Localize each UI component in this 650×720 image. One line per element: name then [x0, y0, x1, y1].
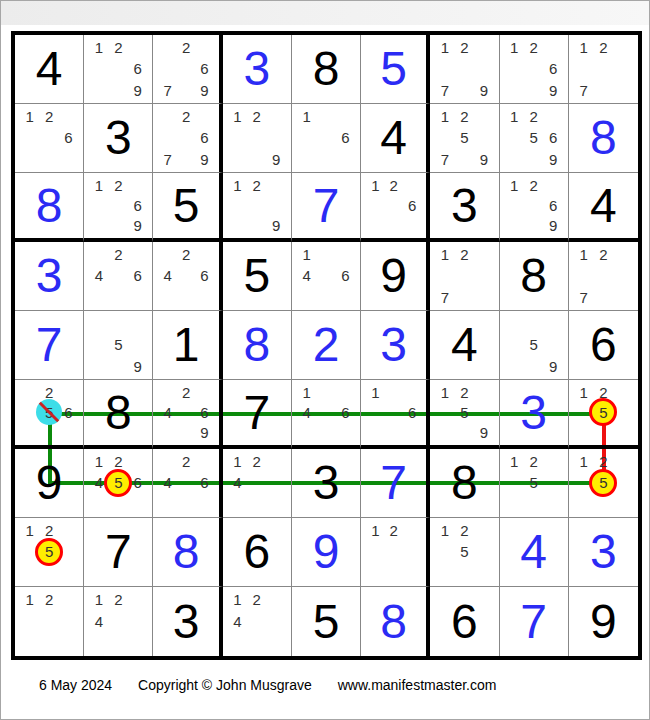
candidate-2: 2	[39, 520, 58, 541]
candidate-1: 1	[574, 382, 594, 402]
cell-r6c9[interactable]: 125	[569, 380, 638, 449]
cell-r6c8[interactable]: 3	[500, 380, 569, 449]
empty-candidate-slot	[297, 287, 316, 308]
candidate-grid: 124	[89, 589, 147, 654]
empty-candidate-slot	[89, 313, 108, 334]
empty-candidate-slot	[613, 244, 633, 265]
empty-candidate-slot	[266, 472, 285, 493]
cell-r5c3[interactable]: 1	[153, 311, 222, 380]
empty-candidate-slot	[574, 423, 594, 443]
empty-candidate-slot	[195, 244, 213, 265]
cell-r2c4[interactable]: 129	[223, 104, 292, 173]
candidate-grid: 1269	[505, 37, 563, 101]
candidate-grid: 129	[228, 175, 286, 236]
candidate-9: 9	[195, 80, 213, 101]
empty-candidate-slot	[524, 356, 543, 377]
empty-candidate-slot	[59, 382, 78, 402]
candidate-6: 6	[195, 472, 213, 493]
candidate-4: 4	[228, 611, 247, 633]
empty-candidate-slot	[316, 149, 335, 170]
cell-r8c3[interactable]: 8	[153, 518, 222, 587]
cell-r6c5[interactable]: 146	[292, 380, 361, 449]
empty-candidate-slot	[177, 127, 195, 148]
app-window: 4126926793851279126912712632679129164125…	[0, 0, 650, 720]
cell-r5c8[interactable]: 59	[500, 311, 569, 380]
empty-candidate-slot	[543, 175, 562, 195]
candidate-9: 9	[195, 149, 213, 170]
empty-candidate-slot	[594, 265, 614, 286]
candidate-1: 1	[297, 106, 316, 127]
empty-candidate-slot	[613, 58, 633, 79]
cell-r6c4[interactable]: 7	[223, 380, 292, 449]
empty-candidate-slot	[177, 149, 195, 170]
empty-candidate-slot	[505, 149, 524, 170]
cell-r3c8[interactable]: 1269	[500, 173, 569, 242]
cell-r9c6[interactable]: 8	[361, 587, 430, 656]
cell-r9c7[interactable]: 6	[430, 587, 499, 656]
empty-candidate-slot	[336, 423, 355, 443]
empty-candidate-slot	[128, 494, 147, 515]
empty-candidate-slot	[109, 265, 128, 286]
empty-candidate-slot	[435, 402, 454, 422]
solved-digit: 8	[380, 598, 407, 646]
cell-r3c6[interactable]: 126	[361, 173, 430, 242]
candidate-2: 2	[385, 175, 403, 195]
empty-candidate-slot	[228, 216, 247, 236]
empty-candidate-slot	[177, 402, 195, 422]
empty-candidate-slot	[435, 563, 454, 584]
candidate-6: 6	[543, 195, 562, 215]
empty-candidate-slot	[505, 494, 524, 515]
empty-candidate-slot	[385, 402, 403, 422]
cell-r9c4[interactable]: 124	[223, 587, 292, 656]
empty-candidate-slot	[195, 382, 213, 402]
cell-r7c9[interactable]: 125	[569, 449, 638, 518]
empty-candidate-slot	[128, 589, 147, 611]
candidate-2: 2	[455, 37, 474, 58]
cell-r3c5[interactable]: 7	[292, 173, 361, 242]
empty-candidate-slot	[20, 632, 39, 654]
empty-candidate-slot	[158, 494, 176, 515]
cell-r1c3[interactable]: 2679	[153, 35, 222, 104]
candidate-grid: 1269	[89, 175, 147, 236]
cell-r4c6[interactable]: 9	[361, 242, 430, 311]
empty-candidate-slot	[89, 334, 108, 355]
empty-candidate-slot	[247, 472, 266, 493]
empty-candidate-slot	[505, 216, 524, 236]
empty-candidate-slot	[59, 423, 78, 443]
empty-candidate-slot	[20, 149, 39, 170]
given-digit: 4	[451, 321, 478, 369]
given-digit: 4	[36, 45, 63, 93]
candidate-6: 6	[543, 127, 562, 148]
cell-r1c8[interactable]: 1269	[500, 35, 569, 104]
candidate-1: 1	[435, 37, 454, 58]
candidate-5: 5	[455, 402, 474, 422]
cell-r7c2[interactable]: 12456	[84, 449, 153, 518]
empty-candidate-slot	[316, 402, 335, 422]
empty-candidate-slot	[177, 58, 195, 79]
cell-r9c1[interactable]: 12	[15, 587, 84, 656]
candidate-7: 7	[158, 149, 176, 170]
empty-candidate-slot	[543, 451, 562, 472]
candidate-2: 2	[109, 451, 128, 472]
solved-digit: 7	[313, 182, 340, 230]
cell-r7c6[interactable]: 7	[361, 449, 430, 518]
empty-candidate-slot	[613, 265, 633, 286]
empty-candidate-slot	[228, 127, 247, 148]
empty-candidate-slot	[524, 494, 543, 515]
cell-r8c2[interactable]: 7	[84, 518, 153, 587]
cell-r4c5[interactable]: 146	[292, 242, 361, 311]
candidate-5: 5	[109, 334, 128, 355]
cell-r4c3[interactable]: 246	[153, 242, 222, 311]
candidate-2: 2	[247, 451, 266, 472]
empty-candidate-slot	[297, 127, 316, 148]
empty-candidate-slot	[474, 37, 493, 58]
candidate-6: 6	[128, 195, 147, 215]
empty-candidate-slot	[455, 265, 474, 286]
cell-r3c7[interactable]: 3	[430, 173, 499, 242]
empty-candidate-slot	[403, 175, 421, 195]
cell-r2c1[interactable]: 126	[15, 104, 84, 173]
cell-r8c5[interactable]: 9	[292, 518, 361, 587]
empty-candidate-slot	[128, 313, 147, 334]
candidate-5: 5	[524, 472, 543, 493]
candidate-9: 9	[128, 356, 147, 377]
candidate-2: 2	[177, 451, 195, 472]
empty-candidate-slot	[594, 58, 614, 79]
solved-digit: 2	[313, 321, 340, 369]
cell-r7c8[interactable]: 125	[500, 449, 569, 518]
given-digit: 5	[313, 598, 340, 646]
empty-candidate-slot	[474, 563, 493, 584]
empty-candidate-slot	[195, 37, 213, 58]
empty-candidate-slot	[109, 216, 128, 236]
empty-candidate-slot	[505, 80, 524, 101]
candidate-9: 9	[266, 216, 285, 236]
cell-r7c1[interactable]: 9	[15, 449, 84, 518]
candidate-9: 9	[128, 216, 147, 236]
empty-candidate-slot	[297, 149, 316, 170]
empty-candidate-slot	[109, 287, 128, 308]
empty-candidate-slot	[543, 106, 562, 127]
candidate-1: 1	[297, 382, 316, 402]
candidate-grid: 126	[20, 106, 78, 170]
empty-candidate-slot	[266, 195, 285, 215]
candidate-4: 4	[297, 265, 316, 286]
cell-r5c5[interactable]: 2	[292, 311, 361, 380]
given-digit: 4	[590, 182, 617, 230]
cell-r9c5[interactable]: 5	[292, 587, 361, 656]
candidate-grid: 59	[505, 313, 563, 377]
cell-r7c3[interactable]: 246	[153, 449, 222, 518]
candidate-grid: 126	[366, 175, 421, 236]
given-digit: 8	[520, 252, 547, 300]
candidate-9: 9	[543, 356, 562, 377]
candidate-1: 1	[574, 451, 594, 472]
empty-candidate-slot	[505, 58, 524, 79]
cell-r3c1[interactable]: 8	[15, 173, 84, 242]
solved-digit: 8	[243, 321, 270, 369]
empty-candidate-slot	[158, 106, 176, 127]
cell-r5c7[interactable]: 4	[430, 311, 499, 380]
cell-r4c2[interactable]: 246	[84, 242, 153, 311]
candidate-1: 1	[366, 175, 384, 195]
cell-r4c9[interactable]: 127	[569, 242, 638, 311]
cell-r4c7[interactable]: 127	[430, 242, 499, 311]
empty-candidate-slot	[89, 244, 108, 265]
cell-r5c9[interactable]: 6	[569, 311, 638, 380]
candidate-grid: 125	[20, 520, 78, 584]
empty-candidate-slot	[505, 356, 524, 377]
cell-r9c3[interactable]: 3	[153, 587, 222, 656]
candidate-9: 9	[474, 149, 493, 170]
cell-r5c6[interactable]: 3	[361, 311, 430, 380]
empty-candidate-slot	[574, 494, 594, 515]
cell-r3c3[interactable]: 5	[153, 173, 222, 242]
given-digit: 4	[380, 114, 407, 162]
candidate-grid: 12	[366, 520, 421, 584]
given-digit: 7	[105, 528, 132, 576]
candidate-9: 9	[266, 149, 285, 170]
candidate-2: 2	[524, 106, 543, 127]
cell-r2c5[interactable]: 16	[292, 104, 361, 173]
candidate-1: 1	[228, 175, 247, 195]
candidate-1: 1	[89, 451, 108, 472]
empty-candidate-slot	[574, 265, 594, 286]
empty-candidate-slot	[158, 37, 176, 58]
candidate-2: 2	[594, 451, 614, 472]
empty-candidate-slot	[403, 382, 421, 402]
empty-candidate-slot	[543, 472, 562, 493]
highlighted-candidate-5: 5	[594, 402, 614, 422]
cell-r1c4[interactable]: 3	[223, 35, 292, 104]
candidate-grid: 1279	[435, 37, 493, 101]
cell-r8c1[interactable]: 125	[15, 518, 84, 587]
cell-r2c7[interactable]: 12579	[430, 104, 499, 173]
candidate-5: 5	[455, 127, 474, 148]
empty-candidate-slot	[266, 175, 285, 195]
empty-candidate-slot	[20, 382, 39, 402]
empty-candidate-slot	[20, 423, 39, 443]
candidate-2: 2	[524, 37, 543, 58]
solved-digit: 5	[380, 45, 407, 93]
solved-digit: 3	[36, 252, 63, 300]
candidate-grid: 1259	[435, 382, 493, 443]
cell-r8c4[interactable]: 6	[223, 518, 292, 587]
cell-r2c2[interactable]: 3	[84, 104, 153, 173]
candidate-grid: 146	[297, 244, 355, 308]
empty-candidate-slot	[385, 195, 403, 215]
empty-candidate-slot	[613, 287, 633, 308]
candidate-2: 2	[177, 244, 195, 265]
empty-candidate-slot	[89, 632, 108, 654]
empty-candidate-slot	[543, 37, 562, 58]
cell-r6c3[interactable]: 2469	[153, 380, 222, 449]
empty-candidate-slot	[435, 265, 454, 286]
solved-digit: 3	[243, 45, 270, 93]
candidate-grid: 2679	[158, 37, 213, 101]
candidate-1: 1	[574, 37, 594, 58]
solved-digit: 7	[36, 321, 63, 369]
empty-candidate-slot	[366, 423, 384, 443]
cell-r3c9[interactable]: 4	[569, 173, 638, 242]
candidate-9: 9	[543, 80, 562, 101]
empty-candidate-slot	[59, 611, 78, 633]
solved-digit: 7	[520, 598, 547, 646]
empty-candidate-slot	[524, 80, 543, 101]
candidate-1: 1	[366, 382, 384, 402]
highlighted-candidate-5: 5	[594, 472, 614, 493]
given-digit: 6	[243, 528, 270, 576]
empty-candidate-slot	[59, 563, 78, 584]
cell-r5c1[interactable]: 7	[15, 311, 84, 380]
candidate-2: 2	[39, 589, 58, 611]
empty-candidate-slot	[505, 127, 524, 148]
empty-candidate-slot	[403, 541, 421, 562]
solved-digit: 7	[380, 459, 407, 507]
candidate-2: 2	[177, 382, 195, 402]
footer: 6 May 2024 Copyright © John Musgrave www…	[39, 677, 518, 693]
empty-candidate-slot	[59, 589, 78, 611]
candidate-grid: 1269	[89, 37, 147, 101]
candidate-2: 2	[109, 37, 128, 58]
candidate-grid: 59	[89, 313, 147, 377]
empty-candidate-slot	[316, 106, 335, 127]
cell-r8c9[interactable]: 3	[569, 518, 638, 587]
empty-candidate-slot	[247, 632, 266, 654]
cell-r2c9[interactable]: 8	[569, 104, 638, 173]
candidate-2: 2	[455, 244, 474, 265]
given-digit: 8	[105, 389, 132, 437]
empty-candidate-slot	[158, 58, 176, 79]
candidate-4: 4	[158, 265, 176, 286]
empty-candidate-slot	[474, 520, 493, 541]
candidate-2: 2	[455, 520, 474, 541]
cell-r7c5[interactable]: 3	[292, 449, 361, 518]
candidate-grid: 125	[574, 382, 633, 443]
empty-candidate-slot	[128, 632, 147, 654]
cell-r3c2[interactable]: 1269	[84, 173, 153, 242]
solved-digit: 4	[520, 528, 547, 576]
empty-candidate-slot	[474, 382, 493, 402]
cell-r8c7[interactable]: 125	[430, 518, 499, 587]
cell-r6c6[interactable]: 16	[361, 380, 430, 449]
candidate-6: 6	[403, 402, 421, 422]
candidate-grid: 127	[574, 37, 633, 101]
empty-candidate-slot	[613, 423, 633, 443]
cell-r2c3[interactable]: 2679	[153, 104, 222, 173]
empty-candidate-slot	[455, 149, 474, 170]
empty-candidate-slot	[266, 589, 285, 611]
candidate-7: 7	[435, 149, 454, 170]
candidate-1: 1	[435, 382, 454, 402]
empty-candidate-slot	[385, 563, 403, 584]
empty-candidate-slot	[366, 402, 384, 422]
given-digit: 6	[451, 598, 478, 646]
cell-r1c6[interactable]: 5	[361, 35, 430, 104]
empty-candidate-slot	[613, 451, 633, 472]
cell-r4c8[interactable]: 8	[500, 242, 569, 311]
candidate-grid: 2679	[158, 106, 213, 170]
given-digit: 9	[380, 252, 407, 300]
empty-candidate-slot	[177, 423, 195, 443]
empty-candidate-slot	[128, 244, 147, 265]
cell-r8c6[interactable]: 12	[361, 518, 430, 587]
given-digit: 7	[243, 389, 270, 437]
empty-candidate-slot	[89, 80, 108, 101]
footer-website: www.manifestmaster.com	[338, 677, 497, 693]
candidate-7: 7	[158, 80, 176, 101]
candidate-grid: 12569	[505, 106, 563, 170]
empty-candidate-slot	[474, 402, 493, 422]
given-digit: 5	[173, 182, 200, 230]
empty-candidate-slot	[574, 58, 594, 79]
candidate-1: 1	[505, 451, 524, 472]
highlighted-candidate-5: 5	[109, 472, 128, 493]
candidate-2: 2	[594, 37, 614, 58]
cell-r6c7[interactable]: 1259	[430, 380, 499, 449]
cell-r1c9[interactable]: 127	[569, 35, 638, 104]
candidate-2: 2	[177, 106, 195, 127]
cell-r6c2[interactable]: 8	[84, 380, 153, 449]
cell-r5c2[interactable]: 59	[84, 311, 153, 380]
cell-r4c1[interactable]: 3	[15, 242, 84, 311]
cell-r9c8[interactable]: 7	[500, 587, 569, 656]
cell-r2c6[interactable]: 4	[361, 104, 430, 173]
candidate-grid: 146	[297, 382, 355, 443]
empty-candidate-slot	[247, 149, 266, 170]
empty-candidate-slot	[524, 149, 543, 170]
empty-candidate-slot	[266, 632, 285, 654]
candidate-1: 1	[20, 106, 39, 127]
empty-candidate-slot	[59, 632, 78, 654]
empty-candidate-slot	[366, 216, 384, 236]
empty-candidate-slot	[109, 58, 128, 79]
candidate-6: 6	[128, 58, 147, 79]
cell-r4c4[interactable]: 5	[223, 242, 292, 311]
cell-r8c8[interactable]: 4	[500, 518, 569, 587]
empty-candidate-slot	[39, 423, 58, 443]
cell-r7c4[interactable]: 124	[223, 449, 292, 518]
cell-r1c1[interactable]: 4	[15, 35, 84, 104]
cell-r6c1[interactable]: 256	[15, 380, 84, 449]
candidate-1: 1	[89, 589, 108, 611]
empty-candidate-slot	[20, 127, 39, 148]
candidate-4: 4	[158, 402, 176, 422]
cell-r1c2[interactable]: 1269	[84, 35, 153, 104]
cell-r1c5[interactable]: 8	[292, 35, 361, 104]
cell-r5c4[interactable]: 8	[223, 311, 292, 380]
cell-r2c8[interactable]: 12569	[500, 104, 569, 173]
cell-r3c4[interactable]: 129	[223, 173, 292, 242]
cell-r7c7[interactable]: 8	[430, 449, 499, 518]
candidate-7: 7	[574, 287, 594, 308]
cell-r9c9[interactable]: 9	[569, 587, 638, 656]
empty-candidate-slot	[336, 287, 355, 308]
cell-r9c2[interactable]: 124	[84, 587, 153, 656]
cell-r1c7[interactable]: 1279	[430, 35, 499, 104]
solved-digit: 3	[380, 321, 407, 369]
candidate-2: 2	[177, 37, 195, 58]
given-digit: 3	[313, 459, 340, 507]
candidate-6: 6	[128, 265, 147, 286]
empty-candidate-slot	[385, 423, 403, 443]
empty-candidate-slot	[20, 611, 39, 633]
empty-candidate-slot	[109, 611, 128, 633]
candidate-5: 5	[455, 541, 474, 562]
